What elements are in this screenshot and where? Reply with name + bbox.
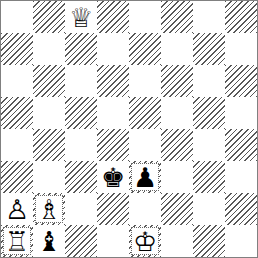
square-f5[interactable] (161, 97, 193, 129)
square-b7[interactable] (33, 33, 65, 65)
square-h7[interactable] (225, 33, 257, 65)
square-e7[interactable] (129, 33, 161, 65)
square-g8[interactable] (193, 1, 225, 33)
square-b6[interactable] (33, 65, 65, 97)
chess-board: ♕♚♟♙♗♖♝♔ (0, 0, 258, 258)
square-e2[interactable] (129, 193, 161, 225)
white-queen[interactable]: ♕ (67, 3, 95, 31)
square-f7[interactable] (161, 33, 193, 65)
square-e3[interactable]: ♟ (129, 161, 161, 193)
square-c3[interactable] (65, 161, 97, 193)
square-e4[interactable] (129, 129, 161, 161)
white-bishop[interactable]: ♗ (35, 195, 63, 223)
square-g6[interactable] (193, 65, 225, 97)
square-f8[interactable] (161, 1, 193, 33)
square-d8[interactable] (97, 1, 129, 33)
square-c1[interactable] (65, 225, 97, 257)
black-pawn[interactable]: ♟ (131, 163, 159, 191)
square-d2[interactable] (97, 193, 129, 225)
square-b1[interactable]: ♝ (33, 225, 65, 257)
square-h8[interactable] (225, 1, 257, 33)
square-c8[interactable]: ♕ (65, 1, 97, 33)
square-f6[interactable] (161, 65, 193, 97)
square-b8[interactable] (33, 1, 65, 33)
square-c6[interactable] (65, 65, 97, 97)
square-h2[interactable] (225, 193, 257, 225)
square-d7[interactable] (97, 33, 129, 65)
square-h1[interactable] (225, 225, 257, 257)
white-king[interactable]: ♔ (131, 227, 159, 255)
square-a5[interactable] (1, 97, 33, 129)
square-e8[interactable] (129, 1, 161, 33)
square-g2[interactable] (193, 193, 225, 225)
square-e6[interactable] (129, 65, 161, 97)
black-king[interactable]: ♚ (99, 163, 127, 191)
square-f1[interactable] (161, 225, 193, 257)
square-d3[interactable]: ♚ (97, 161, 129, 193)
square-g1[interactable] (193, 225, 225, 257)
square-d5[interactable] (97, 97, 129, 129)
square-c2[interactable] (65, 193, 97, 225)
square-b3[interactable] (33, 161, 65, 193)
square-a4[interactable] (1, 129, 33, 161)
square-h6[interactable] (225, 65, 257, 97)
square-g7[interactable] (193, 33, 225, 65)
square-b5[interactable] (33, 97, 65, 129)
square-f4[interactable] (161, 129, 193, 161)
square-d4[interactable] (97, 129, 129, 161)
square-d6[interactable] (97, 65, 129, 97)
square-f2[interactable] (161, 193, 193, 225)
square-c4[interactable] (65, 129, 97, 161)
square-d1[interactable] (97, 225, 129, 257)
square-e5[interactable] (129, 97, 161, 129)
white-rook[interactable]: ♖ (3, 227, 31, 255)
square-a7[interactable] (1, 33, 33, 65)
square-g4[interactable] (193, 129, 225, 161)
square-g5[interactable] (193, 97, 225, 129)
square-a1[interactable]: ♖ (1, 225, 33, 257)
square-h5[interactable] (225, 97, 257, 129)
square-b4[interactable] (33, 129, 65, 161)
square-b2[interactable]: ♗ (33, 193, 65, 225)
square-h3[interactable] (225, 161, 257, 193)
white-pawn[interactable]: ♙ (3, 195, 31, 223)
square-h4[interactable] (225, 129, 257, 161)
square-f3[interactable] (161, 161, 193, 193)
black-bishop[interactable]: ♝ (35, 227, 63, 255)
square-a6[interactable] (1, 65, 33, 97)
square-c5[interactable] (65, 97, 97, 129)
square-e1[interactable]: ♔ (129, 225, 161, 257)
square-a8[interactable] (1, 1, 33, 33)
square-c7[interactable] (65, 33, 97, 65)
square-a2[interactable]: ♙ (1, 193, 33, 225)
square-g3[interactable] (193, 161, 225, 193)
square-a3[interactable] (1, 161, 33, 193)
